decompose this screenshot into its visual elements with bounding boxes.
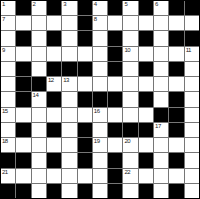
block-cell — [169, 153, 183, 167]
block-cell — [16, 123, 30, 137]
block-cell — [78, 138, 92, 152]
cell[interactable] — [93, 123, 107, 137]
cell[interactable] — [78, 47, 92, 61]
cell[interactable] — [185, 92, 199, 106]
cell[interactable]: 7 — [1, 16, 15, 30]
cell[interactable] — [139, 16, 153, 30]
clue-number: 3 — [63, 1, 66, 8]
block-cell — [139, 62, 153, 76]
cell[interactable] — [108, 108, 122, 122]
cell[interactable] — [47, 16, 61, 30]
block-cell — [78, 92, 92, 106]
cell[interactable] — [154, 62, 168, 76]
cell[interactable]: 2 — [32, 1, 46, 15]
cell[interactable] — [108, 138, 122, 152]
block-cell — [16, 77, 30, 91]
block-cell — [108, 31, 122, 45]
cell[interactable]: 12 — [47, 77, 61, 91]
block-cell — [16, 1, 30, 15]
cell[interactable]: 22 — [123, 169, 137, 183]
cell[interactable] — [123, 62, 137, 76]
block-cell — [16, 62, 30, 76]
cell[interactable] — [62, 138, 76, 152]
block-cell — [78, 16, 92, 30]
cell[interactable] — [169, 77, 183, 91]
cell[interactable] — [185, 138, 199, 152]
block-cell — [78, 62, 92, 76]
block-cell — [108, 92, 122, 106]
block-cell — [169, 92, 183, 106]
cell[interactable]: 17 — [154, 123, 168, 137]
block-cell — [154, 108, 168, 122]
cell[interactable] — [185, 169, 199, 183]
cell[interactable] — [16, 16, 30, 30]
clue-number: 18 — [2, 138, 8, 145]
cell[interactable] — [139, 47, 153, 61]
cell[interactable]: 8 — [93, 16, 107, 30]
block-cell — [78, 1, 92, 15]
cell[interactable] — [1, 31, 15, 45]
cell[interactable] — [123, 77, 137, 91]
cell[interactable] — [62, 184, 76, 198]
cell[interactable] — [93, 62, 107, 76]
cell[interactable]: 5 — [123, 1, 137, 15]
clue-number: 12 — [48, 77, 54, 84]
block-cell — [169, 62, 183, 76]
cell[interactable] — [123, 16, 137, 30]
cell[interactable] — [185, 108, 199, 122]
block-cell — [108, 184, 122, 198]
block-cell — [47, 184, 61, 198]
cell[interactable]: 11 — [185, 47, 199, 61]
cell[interactable] — [1, 92, 15, 106]
block-cell — [108, 169, 122, 183]
block-cell — [169, 184, 183, 198]
clue-number: 14 — [33, 92, 39, 99]
cell[interactable] — [47, 47, 61, 61]
block-cell — [47, 31, 61, 45]
block-cell — [93, 92, 107, 106]
block-cell — [47, 92, 61, 106]
cell[interactable] — [1, 62, 15, 76]
cell[interactable] — [123, 153, 137, 167]
cell[interactable] — [32, 123, 46, 137]
cell[interactable] — [185, 184, 199, 198]
cell[interactable] — [62, 169, 76, 183]
cell[interactable] — [78, 77, 92, 91]
cell[interactable] — [47, 169, 61, 183]
cell[interactable] — [62, 153, 76, 167]
cell[interactable] — [154, 153, 168, 167]
cell[interactable]: 18 — [1, 138, 15, 152]
cell[interactable] — [78, 108, 92, 122]
cell[interactable] — [32, 16, 46, 30]
clue-number: 13 — [63, 77, 69, 84]
block-cell — [169, 108, 183, 122]
cell[interactable] — [16, 47, 30, 61]
clue-number: 6 — [155, 1, 158, 8]
block-cell — [78, 184, 92, 198]
cell[interactable] — [123, 108, 137, 122]
cell[interactable] — [185, 153, 199, 167]
block-cell — [16, 31, 30, 45]
cell[interactable] — [123, 184, 137, 198]
block-cell — [78, 123, 92, 137]
cell[interactable] — [16, 108, 30, 122]
block-cell — [123, 123, 137, 137]
clue-number: 16 — [94, 108, 100, 115]
cell[interactable] — [123, 92, 137, 106]
cell[interactable] — [154, 184, 168, 198]
block-cell — [108, 123, 122, 137]
block-cell — [16, 184, 30, 198]
cell[interactable] — [1, 77, 15, 91]
cell[interactable] — [93, 169, 107, 183]
clue-number: 1 — [2, 1, 5, 8]
cell[interactable] — [16, 138, 30, 152]
cell[interactable] — [185, 16, 199, 30]
cell[interactable]: 15 — [1, 108, 15, 122]
crossword-grid: 12345678910111213141516171819202122 — [0, 0, 200, 199]
cell[interactable] — [169, 169, 183, 183]
clue-number: 22 — [124, 169, 130, 176]
block-cell — [32, 77, 46, 91]
block-cell — [169, 31, 183, 45]
block-cell — [108, 47, 122, 61]
cell[interactable]: 1 — [1, 1, 15, 15]
cell[interactable]: 4 — [93, 1, 107, 15]
crossword-board: 12345678910111213141516171819202122 — [0, 0, 200, 199]
cell[interactable] — [78, 169, 92, 183]
cell[interactable] — [32, 108, 46, 122]
block-cell — [16, 153, 30, 167]
cell[interactable] — [139, 138, 153, 152]
clue-number: 10 — [124, 47, 130, 54]
cell[interactable] — [108, 77, 122, 91]
cell[interactable] — [62, 123, 76, 137]
cell[interactable] — [139, 77, 153, 91]
clue-number: 5 — [124, 1, 127, 8]
cell[interactable] — [1, 123, 15, 137]
block-cell — [139, 31, 153, 45]
clue-number: 4 — [94, 1, 97, 8]
cell[interactable] — [139, 108, 153, 122]
cell[interactable] — [47, 108, 61, 122]
cell[interactable]: 6 — [154, 1, 168, 15]
clue-number: 7 — [2, 16, 5, 23]
cell[interactable] — [93, 31, 107, 45]
cell[interactable] — [32, 31, 46, 45]
cell[interactable] — [169, 138, 183, 152]
cell[interactable] — [154, 92, 168, 106]
block-cell — [1, 184, 15, 198]
cell[interactable] — [169, 47, 183, 61]
cell[interactable] — [123, 31, 137, 45]
clue-number: 15 — [2, 108, 8, 115]
clue-number: 9 — [2, 47, 5, 54]
cell[interactable]: 9 — [1, 47, 15, 61]
cell[interactable] — [154, 169, 168, 183]
cell[interactable] — [32, 153, 46, 167]
clue-number: 2 — [33, 1, 36, 8]
cell[interactable] — [62, 16, 76, 30]
clue-number: 11 — [186, 47, 191, 54]
cell[interactable] — [62, 31, 76, 45]
cell[interactable] — [154, 138, 168, 152]
clue-number: 19 — [94, 138, 100, 145]
cell[interactable] — [32, 138, 46, 152]
block-cell — [62, 62, 76, 76]
cell[interactable] — [32, 169, 46, 183]
block-cell — [169, 1, 183, 15]
cell[interactable] — [93, 47, 107, 61]
cell[interactable] — [185, 62, 199, 76]
cell[interactable]: 20 — [123, 138, 137, 152]
cell[interactable] — [93, 153, 107, 167]
cell[interactable] — [93, 184, 107, 198]
block-cell — [47, 1, 61, 15]
cell[interactable] — [16, 169, 30, 183]
cell[interactable] — [154, 77, 168, 91]
cell[interactable] — [32, 47, 46, 61]
block-cell — [16, 92, 30, 106]
block-cell — [108, 62, 122, 76]
block-cell — [78, 153, 92, 167]
clue-number: 20 — [124, 138, 130, 145]
cell[interactable] — [154, 16, 168, 30]
clue-number: 8 — [94, 16, 97, 23]
block-cell — [47, 153, 61, 167]
cell[interactable]: 3 — [62, 1, 76, 15]
cell[interactable]: 21 — [1, 169, 15, 183]
block-cell — [185, 1, 199, 15]
cell[interactable] — [154, 31, 168, 45]
cell[interactable]: 19 — [93, 138, 107, 152]
cell[interactable] — [62, 92, 76, 106]
cell[interactable] — [62, 47, 76, 61]
clue-number: 21 — [2, 169, 8, 176]
cell[interactable] — [93, 77, 107, 91]
block-cell — [47, 62, 61, 76]
cell[interactable]: 13 — [62, 77, 76, 91]
cell[interactable]: 10 — [123, 47, 137, 61]
cell[interactable] — [47, 138, 61, 152]
block-cell — [139, 1, 153, 15]
block-cell — [169, 123, 183, 137]
block-cell — [139, 123, 153, 137]
cell[interactable] — [185, 77, 199, 91]
clue-number: 17 — [155, 123, 161, 130]
cell[interactable]: 14 — [32, 92, 46, 106]
cell[interactable] — [62, 108, 76, 122]
cell[interactable] — [32, 184, 46, 198]
block-cell — [139, 153, 153, 167]
cell[interactable]: 16 — [93, 108, 107, 122]
block-cell — [78, 31, 92, 45]
block-cell — [185, 31, 199, 45]
cell[interactable] — [169, 16, 183, 30]
cell[interactable] — [154, 47, 168, 61]
block-cell — [139, 184, 153, 198]
block-cell — [1, 153, 15, 167]
block-cell — [139, 92, 153, 106]
cell[interactable] — [185, 123, 199, 137]
block-cell — [108, 153, 122, 167]
block-cell — [108, 1, 122, 15]
cell[interactable] — [139, 169, 153, 183]
cell[interactable] — [32, 62, 46, 76]
cell[interactable] — [108, 16, 122, 30]
block-cell — [47, 123, 61, 137]
